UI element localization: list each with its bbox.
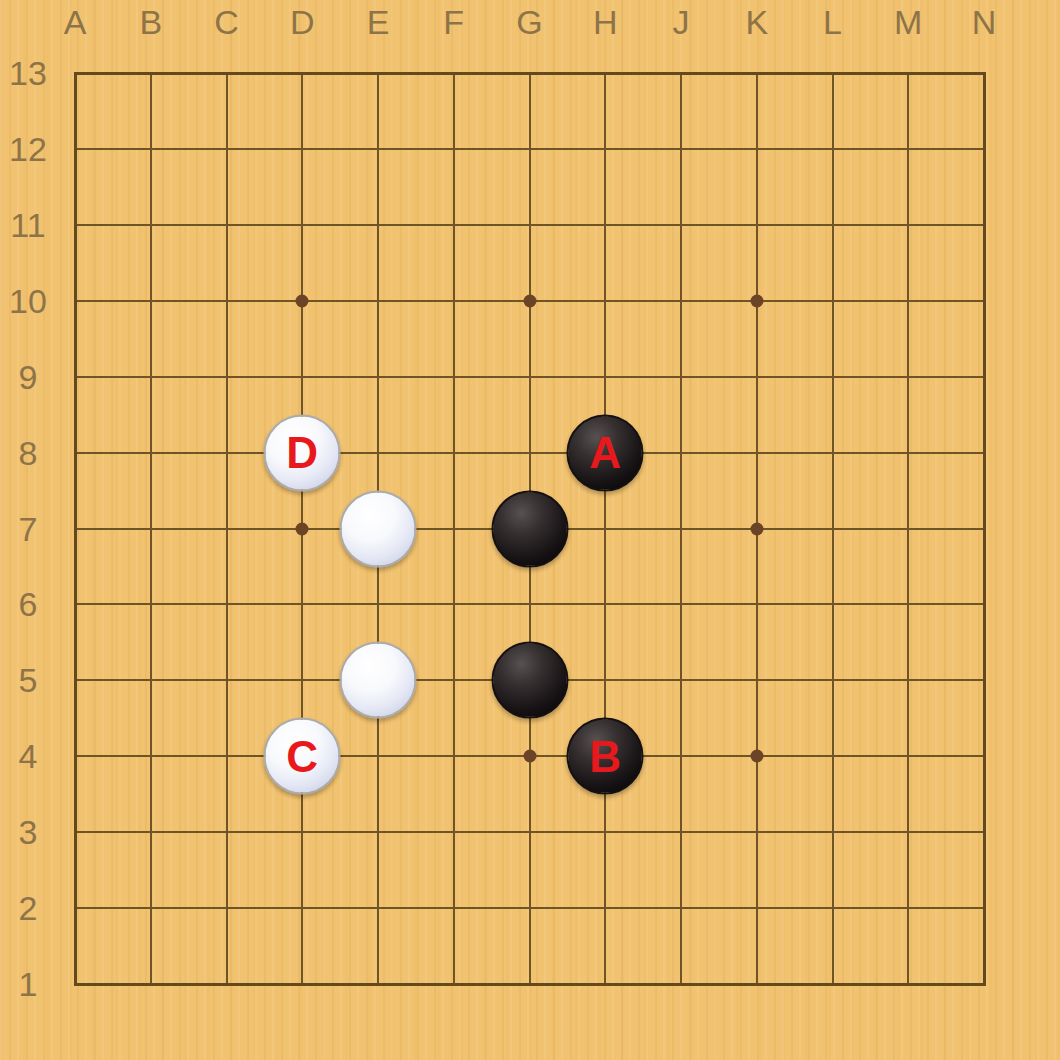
stone-annotation-A: A <box>589 431 621 475</box>
column-label-D: D <box>290 5 315 39</box>
star-point-D7 <box>296 522 309 535</box>
star-point-K10 <box>750 294 763 307</box>
column-label-F: F <box>443 5 464 39</box>
column-label-B: B <box>139 5 162 39</box>
stone-white-D4[interactable]: C <box>264 718 341 795</box>
row-label-11: 11 <box>10 208 45 242</box>
row-label-7: 7 <box>19 512 38 546</box>
row-label-13: 13 <box>9 56 47 90</box>
column-label-G: G <box>516 5 542 39</box>
stone-black-G7[interactable] <box>491 490 568 567</box>
star-point-K7 <box>750 522 763 535</box>
go-board-screenshot: ABCDEFGHJKLMN13121110987654321DCAB <box>0 0 1060 1060</box>
column-label-M: M <box>894 5 922 39</box>
column-label-J: J <box>673 5 690 39</box>
stone-black-H8[interactable]: A <box>567 414 644 491</box>
stone-white-D8[interactable]: D <box>264 414 341 491</box>
stone-white-E5[interactable] <box>340 642 417 719</box>
column-label-N: N <box>972 5 997 39</box>
column-label-H: H <box>593 5 618 39</box>
row-label-4: 4 <box>19 739 38 773</box>
row-label-3: 3 <box>19 815 38 849</box>
star-point-D10 <box>296 294 309 307</box>
stone-annotation-C: C <box>286 734 318 778</box>
column-label-L: L <box>823 5 842 39</box>
stone-annotation-D: D <box>286 431 318 475</box>
stone-white-E7[interactable] <box>340 490 417 567</box>
column-label-E: E <box>367 5 390 39</box>
star-point-G4 <box>523 750 536 763</box>
row-label-10: 10 <box>9 284 47 318</box>
stone-black-G5[interactable] <box>491 642 568 719</box>
row-label-1: 1 <box>19 967 38 1001</box>
row-label-2: 2 <box>19 891 38 925</box>
column-label-K: K <box>745 5 768 39</box>
star-point-G10 <box>523 294 536 307</box>
star-point-K4 <box>750 750 763 763</box>
row-label-9: 9 <box>19 360 38 394</box>
column-label-C: C <box>214 5 239 39</box>
row-label-12: 12 <box>9 132 47 166</box>
stone-black-H4[interactable]: B <box>567 718 644 795</box>
row-label-6: 6 <box>19 587 38 621</box>
column-label-A: A <box>64 5 87 39</box>
row-label-8: 8 <box>19 436 38 470</box>
row-label-5: 5 <box>19 663 38 697</box>
stone-annotation-B: B <box>589 734 621 778</box>
goban[interactable]: ABCDEFGHJKLMN13121110987654321DCAB <box>0 0 1060 1060</box>
